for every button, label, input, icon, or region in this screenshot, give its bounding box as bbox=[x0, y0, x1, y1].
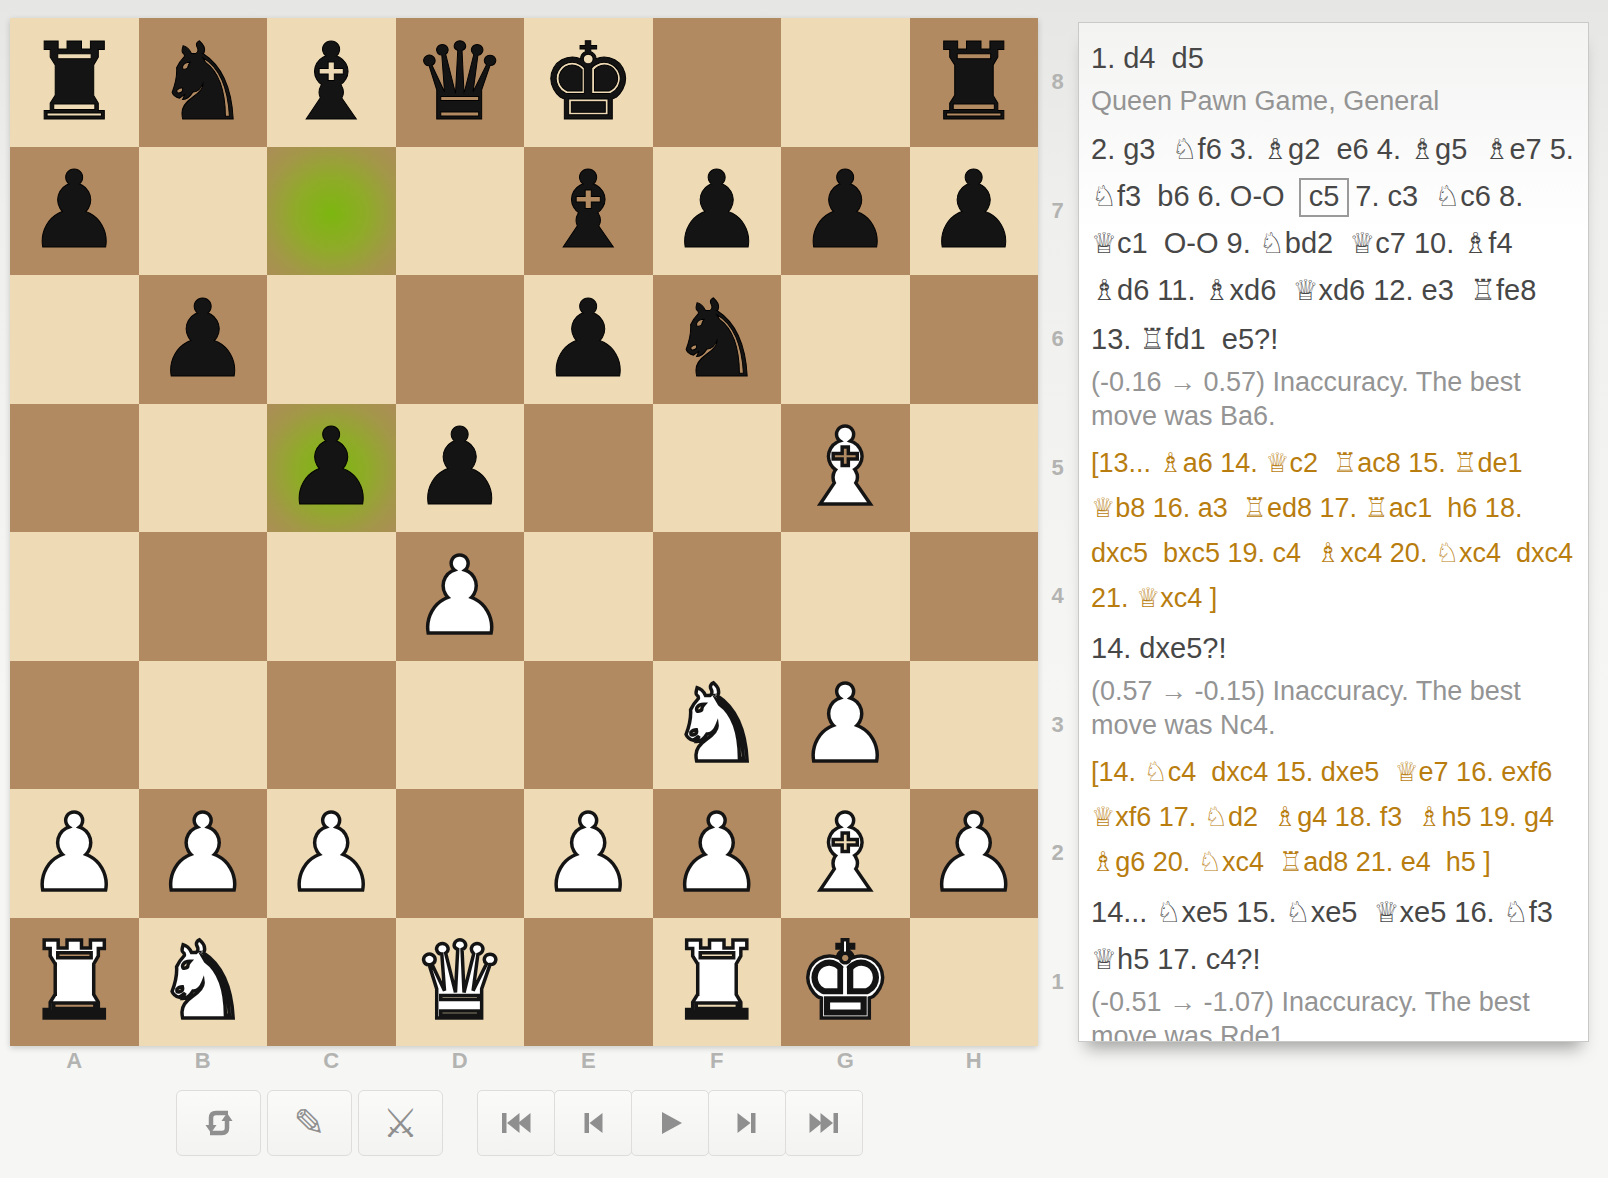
square-c2[interactable]: ♟ bbox=[267, 789, 396, 918]
white-king: ♚ bbox=[797, 928, 893, 1035]
rank-label-5: 5 bbox=[1037, 404, 1078, 533]
white-pawn: ♟ bbox=[412, 543, 508, 650]
annotation-comment: (0.57 → -0.15) Inaccuracy. The best move… bbox=[1091, 674, 1574, 742]
black-pawn: ♟ bbox=[540, 286, 636, 393]
white-pawn: ♟ bbox=[155, 800, 251, 907]
white-queen: ♛ bbox=[412, 928, 508, 1035]
square-a8[interactable]: ♜ bbox=[10, 18, 139, 147]
moves-panel: 1. d4 d5Queen Pawn Game, General2. g3 ♘f… bbox=[1078, 22, 1589, 1042]
rank-label-8: 8 bbox=[1037, 18, 1078, 147]
square-d3[interactable] bbox=[396, 661, 525, 790]
square-h3[interactable] bbox=[910, 661, 1039, 790]
black-pawn: ♟ bbox=[412, 414, 508, 521]
black-rook: ♜ bbox=[26, 29, 122, 136]
square-a4[interactable] bbox=[10, 532, 139, 661]
square-g3[interactable]: ♟ bbox=[781, 661, 910, 790]
square-b3[interactable] bbox=[139, 661, 268, 790]
square-e1[interactable] bbox=[524, 918, 653, 1047]
square-e2[interactable]: ♟ bbox=[524, 789, 653, 918]
white-bishop: ♝ bbox=[797, 800, 893, 907]
rank-labels: 87654321 bbox=[1037, 18, 1078, 1046]
square-a2[interactable]: ♟ bbox=[10, 789, 139, 918]
square-a5[interactable] bbox=[10, 404, 139, 533]
square-h1[interactable] bbox=[910, 918, 1039, 1047]
black-knight: ♞ bbox=[669, 286, 765, 393]
rank-label-1: 1 bbox=[1037, 918, 1078, 1047]
move-text[interactable]: 14. dxe5?! bbox=[1091, 632, 1226, 664]
white-knight: ♞ bbox=[155, 928, 251, 1035]
move-text[interactable]: [14. ♘c4 dxc4 15. dxe5 ♕e7 16. exf6 ♕xf6… bbox=[1091, 757, 1569, 877]
square-e4[interactable] bbox=[524, 532, 653, 661]
square-d2[interactable] bbox=[396, 789, 525, 918]
black-pawn: ♟ bbox=[797, 157, 893, 264]
flip-icon bbox=[201, 1105, 237, 1141]
square-h6[interactable] bbox=[910, 275, 1039, 404]
white-pawn: ♟ bbox=[283, 800, 379, 907]
file-label-f: F bbox=[653, 1046, 782, 1076]
file-label-d: D bbox=[396, 1046, 525, 1076]
white-rook: ♜ bbox=[26, 928, 122, 1035]
square-b1[interactable]: ♞ bbox=[139, 918, 268, 1047]
square-c7[interactable] bbox=[267, 147, 396, 276]
square-f3[interactable]: ♞ bbox=[653, 661, 782, 790]
square-a3[interactable] bbox=[10, 661, 139, 790]
mainline-moves[interactable]: 14... ♘xe5 15. ♘xe5 ♕xe5 16. ♘f3 ♕h5 17.… bbox=[1091, 889, 1574, 983]
black-pawn: ♟ bbox=[926, 157, 1022, 264]
black-pawn: ♟ bbox=[155, 286, 251, 393]
rank-label-6: 6 bbox=[1037, 275, 1078, 404]
file-label-a: A bbox=[10, 1046, 139, 1076]
black-pawn: ♟ bbox=[26, 157, 122, 264]
black-rook: ♜ bbox=[926, 29, 1022, 136]
square-b5[interactable] bbox=[139, 404, 268, 533]
white-knight: ♞ bbox=[669, 671, 765, 778]
file-label-c: C bbox=[267, 1046, 396, 1076]
square-d8[interactable]: ♛ bbox=[396, 18, 525, 147]
rank-label-7: 7 bbox=[1037, 147, 1078, 276]
square-a1[interactable]: ♜ bbox=[10, 918, 139, 1047]
square-a7[interactable]: ♟ bbox=[10, 147, 139, 276]
square-g4[interactable] bbox=[781, 532, 910, 661]
current-move[interactable]: c5 bbox=[1299, 178, 1350, 217]
square-g8[interactable] bbox=[781, 18, 910, 147]
move-text[interactable]: 14... ♘xe5 15. ♘xe5 ♕xe5 16. ♘f3 ♕h5 17.… bbox=[1091, 896, 1569, 975]
flip-board-button[interactable] bbox=[176, 1090, 261, 1156]
mainline-moves[interactable]: 2. g3 ♘f6 3. ♗g2 e6 4. ♗g5 ♗e7 5. ♘f3 b6… bbox=[1091, 126, 1574, 314]
square-g7[interactable]: ♟ bbox=[781, 147, 910, 276]
rank-label-4: 4 bbox=[1037, 532, 1078, 661]
autoplay-button[interactable] bbox=[631, 1090, 709, 1156]
step-back-icon bbox=[575, 1105, 611, 1141]
square-d1[interactable]: ♛ bbox=[396, 918, 525, 1047]
variation-line[interactable]: [14. ♘c4 dxc4 15. dxe5 ♕e7 16. exf6 ♕xf6… bbox=[1091, 750, 1574, 885]
square-e5[interactable] bbox=[524, 404, 653, 533]
variation-line[interactable]: [13... ♗a6 14. ♕c2 ♖ac8 15. ♖de1 ♕b8 16.… bbox=[1091, 441, 1574, 621]
square-h5[interactable] bbox=[910, 404, 1039, 533]
play-icon bbox=[652, 1105, 688, 1141]
chess-board[interactable]: ♜♞♝♛♚♜♟♝♟♟♟♟♟♞♟♟♝♟♞♟♟♟♟♟♟♝♟♜♞♛♜♚ bbox=[10, 18, 1038, 1046]
go-last-button[interactable] bbox=[785, 1090, 863, 1156]
white-pawn: ♟ bbox=[669, 800, 765, 907]
black-bishop: ♝ bbox=[540, 157, 636, 264]
square-d6[interactable] bbox=[396, 275, 525, 404]
square-d4[interactable]: ♟ bbox=[396, 532, 525, 661]
rank-label-2: 2 bbox=[1037, 789, 1078, 918]
move-text: (-0.16 → 0.57) Inaccuracy. The best move… bbox=[1091, 367, 1528, 431]
skip-to-end-icon bbox=[806, 1105, 842, 1141]
square-e3[interactable] bbox=[524, 661, 653, 790]
white-rook: ♜ bbox=[669, 928, 765, 1035]
square-a6[interactable] bbox=[10, 275, 139, 404]
square-c8[interactable]: ♝ bbox=[267, 18, 396, 147]
move-text: Queen Pawn Game, General bbox=[1091, 86, 1439, 116]
square-h7[interactable]: ♟ bbox=[910, 147, 1039, 276]
annotation-comment: Queen Pawn Game, General bbox=[1091, 84, 1574, 118]
square-b4[interactable] bbox=[139, 532, 268, 661]
annotation-comment: (-0.51 → -1.07) Inaccuracy. The best mov… bbox=[1091, 985, 1574, 1042]
file-label-h: H bbox=[910, 1046, 1039, 1076]
black-pawn: ♟ bbox=[283, 414, 379, 521]
square-e6[interactable]: ♟ bbox=[524, 275, 653, 404]
move-text[interactable]: [13... ♗a6 14. ♕c2 ♖ac8 15. ♖de1 ♕b8 16.… bbox=[1091, 448, 1581, 613]
move-text[interactable]: 13. ♖fd1 e5?! bbox=[1091, 323, 1278, 355]
black-pawn: ♟ bbox=[669, 157, 765, 264]
black-king: ♚ bbox=[540, 29, 636, 136]
file-label-g: G bbox=[781, 1046, 910, 1076]
square-f7[interactable]: ♟ bbox=[653, 147, 782, 276]
file-label-e: E bbox=[524, 1046, 653, 1076]
move-text: (-0.51 → -1.07) Inaccuracy. The best mov… bbox=[1091, 987, 1537, 1042]
square-e8[interactable]: ♚ bbox=[524, 18, 653, 147]
file-labels: ABCDEFGH bbox=[10, 1046, 1038, 1076]
skip-to-start-icon bbox=[498, 1105, 534, 1141]
challenge-button[interactable]: ⚔ bbox=[358, 1090, 443, 1156]
file-label-b: B bbox=[139, 1046, 268, 1076]
square-c4[interactable] bbox=[267, 532, 396, 661]
black-knight: ♞ bbox=[155, 29, 251, 136]
white-pawn: ♟ bbox=[540, 800, 636, 907]
step-forward-icon bbox=[729, 1105, 765, 1141]
square-d5[interactable]: ♟ bbox=[396, 404, 525, 533]
white-pawn: ♟ bbox=[926, 800, 1022, 907]
square-g1[interactable]: ♚ bbox=[781, 918, 910, 1047]
black-queen: ♛ bbox=[412, 29, 508, 136]
square-g2[interactable]: ♝ bbox=[781, 789, 910, 918]
board-toolbar: ✎⚔ bbox=[176, 1090, 863, 1156]
edit-button[interactable]: ✎ bbox=[267, 1090, 352, 1156]
white-pawn: ♟ bbox=[797, 671, 893, 778]
square-c3[interactable] bbox=[267, 661, 396, 790]
square-b7[interactable] bbox=[139, 147, 268, 276]
move-text[interactable]: 1. d4 d5 bbox=[1091, 42, 1204, 74]
square-g6[interactable] bbox=[781, 275, 910, 404]
mainline-moves[interactable]: 14. dxe5?! bbox=[1091, 625, 1574, 672]
square-f2[interactable]: ♟ bbox=[653, 789, 782, 918]
square-d7[interactable] bbox=[396, 147, 525, 276]
square-c5[interactable]: ♟ bbox=[267, 404, 396, 533]
go-previous-button[interactable] bbox=[554, 1090, 632, 1156]
move-text: (0.57 → -0.15) Inaccuracy. The best move… bbox=[1091, 676, 1528, 740]
crossed-swords-icon: ⚔ bbox=[383, 1103, 419, 1143]
square-e7[interactable]: ♝ bbox=[524, 147, 653, 276]
pencil-icon: ✎ bbox=[294, 1104, 326, 1142]
square-b6[interactable]: ♟ bbox=[139, 275, 268, 404]
mainline-moves[interactable]: 1. d4 d5 bbox=[1091, 35, 1574, 82]
square-f6[interactable]: ♞ bbox=[653, 275, 782, 404]
square-f4[interactable] bbox=[653, 532, 782, 661]
rank-label-3: 3 bbox=[1037, 661, 1078, 790]
go-next-button[interactable] bbox=[708, 1090, 786, 1156]
square-h4[interactable] bbox=[910, 532, 1039, 661]
square-f5[interactable] bbox=[653, 404, 782, 533]
annotation-comment: (-0.16 → 0.57) Inaccuracy. The best move… bbox=[1091, 365, 1574, 433]
square-f1[interactable]: ♜ bbox=[653, 918, 782, 1047]
square-h8[interactable]: ♜ bbox=[910, 18, 1039, 147]
white-bishop: ♝ bbox=[797, 414, 893, 521]
square-b8[interactable]: ♞ bbox=[139, 18, 268, 147]
square-b2[interactable]: ♟ bbox=[139, 789, 268, 918]
square-f8[interactable] bbox=[653, 18, 782, 147]
go-first-button[interactable] bbox=[477, 1090, 555, 1156]
black-bishop: ♝ bbox=[283, 29, 379, 136]
mainline-moves[interactable]: 13. ♖fd1 e5?! bbox=[1091, 316, 1574, 363]
white-pawn: ♟ bbox=[26, 800, 122, 907]
square-c6[interactable] bbox=[267, 275, 396, 404]
square-g5[interactable]: ♝ bbox=[781, 404, 910, 533]
square-c1[interactable] bbox=[267, 918, 396, 1047]
square-h2[interactable]: ♟ bbox=[910, 789, 1039, 918]
